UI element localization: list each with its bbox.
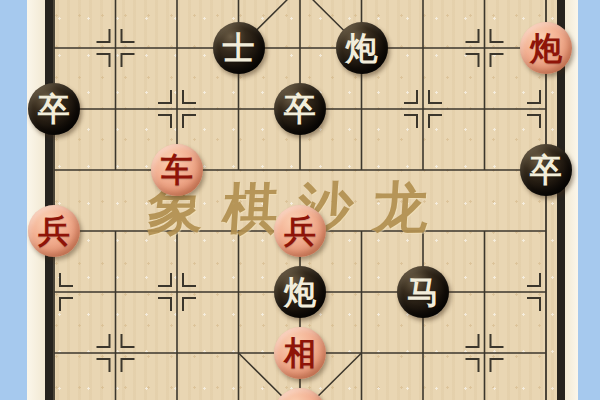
piece-black-advisor[interactable]: 士	[213, 22, 265, 74]
piece-black-cannon[interactable]: 炮	[336, 22, 388, 74]
xiangqi-app-screenshot: 象棋沙龙 士炮炮卒卒车卒兵兵炮马相	[0, 0, 600, 400]
piece-black-soldier[interactable]: 卒	[520, 144, 572, 196]
piece-red-soldier[interactable]: 兵	[28, 205, 80, 257]
piece-black-horse[interactable]: 马	[397, 266, 449, 318]
piece-red-elephant[interactable]: 相	[274, 327, 326, 379]
piece-black-soldier[interactable]: 卒	[274, 83, 326, 135]
piece-black-soldier[interactable]: 卒	[28, 83, 80, 135]
piece-black-cannon[interactable]: 炮	[274, 266, 326, 318]
piece-red-soldier[interactable]: 兵	[274, 205, 326, 257]
piece-red-chariot[interactable]: 车	[151, 144, 203, 196]
piece-red-cannon[interactable]: 炮	[520, 22, 572, 74]
